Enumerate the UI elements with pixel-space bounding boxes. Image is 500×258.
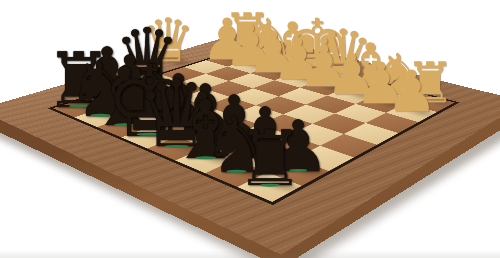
chess-set-photo: ♜♞♝♛♚♝♞♜♟♟♟♟♟♟♟♟♟♟♟♟♟♟♟♟♜♞♝♛♚♝♞♜♛♛ [0,0,500,258]
piece-glyph: ♟ [386,58,437,124]
piece-black-rook-a8[interactable]: ♜ [236,121,304,197]
piece-glyph: ♜ [236,114,304,203]
pieces-layer: ♜♞♝♛♚♝♞♜♟♟♟♟♟♟♟♟♟♟♟♟♟♟♟♟♜♞♝♛♚♝♞♜♛♛ [0,0,500,258]
piece-white-pawn-a2[interactable]: ♟ [386,63,437,120]
